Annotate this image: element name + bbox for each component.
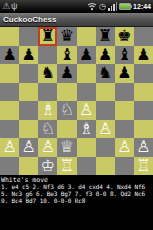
app-title: CuckooChess [3, 15, 56, 24]
black-piece-c8: ♜ [41, 28, 55, 44]
chess-board[interactable]: ♜♛♜♚♟♟♝♟♟♝♟♞♟♞♟♗♘♙♘♗♙♙♙♙♕♙♙♔♖♖ [0, 27, 153, 175]
white-piece-h2: ♙ [136, 139, 150, 155]
square-b1[interactable] [19, 157, 38, 176]
square-a7[interactable]: ♟ [0, 46, 19, 65]
square-e2[interactable] [77, 138, 96, 157]
square-c5[interactable] [38, 83, 57, 102]
square-d2[interactable]: ♕ [57, 138, 76, 157]
square-g3[interactable] [115, 120, 134, 139]
square-g7[interactable]: ♝ [115, 46, 134, 65]
square-b3[interactable] [19, 120, 38, 139]
black-piece-d8: ♛ [60, 28, 74, 44]
white-piece-c4: ♗ [41, 102, 55, 118]
square-a5[interactable] [0, 83, 19, 102]
square-h7[interactable]: ♟ [134, 46, 153, 65]
square-g6[interactable]: ♟ [115, 64, 134, 83]
white-piece-h1: ♖ [136, 158, 150, 174]
move-line: 9. Bc4 Bd7 10. 0-0-0 Rc8 [1, 198, 152, 205]
square-e3[interactable]: ♗ [77, 120, 96, 139]
signal-icon [108, 2, 117, 11]
square-c7[interactable] [38, 46, 57, 65]
black-piece-d6: ♟ [60, 65, 74, 81]
square-e7[interactable]: ♟ [77, 46, 96, 65]
usb-icon: ψ [11, 0, 17, 13]
square-f3[interactable]: ♙ [96, 120, 115, 139]
status-time: 12:44 [133, 3, 151, 10]
square-f5[interactable] [96, 83, 115, 102]
square-c1[interactable]: ♔ [38, 157, 57, 176]
square-f7[interactable]: ♟ [96, 46, 115, 65]
black-piece-g8: ♚ [117, 28, 131, 44]
square-a1[interactable] [0, 157, 19, 176]
white-piece-e3: ♗ [79, 121, 93, 137]
black-piece-f6: ♞ [98, 65, 112, 81]
move-area: White's move 1. e4 c5 2. Nf3 d6 3. d4 cx… [0, 175, 153, 204]
square-g1[interactable] [115, 157, 134, 176]
square-c8[interactable]: ♜ [38, 27, 57, 46]
black-piece-g7: ♝ [117, 47, 131, 63]
square-g8[interactable]: ♚ [115, 27, 134, 46]
white-piece-g2: ♙ [117, 139, 131, 155]
square-g5[interactable] [115, 83, 134, 102]
white-piece-c3: ♘ [41, 121, 55, 137]
square-b7[interactable]: ♟ [19, 46, 38, 65]
square-h8[interactable] [134, 27, 153, 46]
warning-icon: ⚠ [2, 0, 10, 13]
square-d1[interactable]: ♖ [57, 157, 76, 176]
battery-icon [119, 3, 131, 10]
square-f8[interactable]: ♜ [96, 27, 115, 46]
white-piece-d4: ♘ [60, 102, 74, 118]
black-piece-b7: ♟ [22, 47, 36, 63]
square-b5[interactable] [19, 83, 38, 102]
square-b2[interactable]: ♙ [19, 138, 38, 157]
black-piece-g6: ♟ [117, 65, 131, 81]
white-piece-a2: ♙ [2, 139, 16, 155]
move-list: 1. e4 c5 2. Nf3 d6 3. d4 cxd4 4. Nxd4 Nf… [1, 184, 152, 204]
black-piece-d7: ♝ [60, 47, 74, 63]
square-d4[interactable]: ♘ [57, 101, 76, 120]
black-piece-f7: ♟ [98, 47, 112, 63]
status-bar: ⚠ ψ ◷ 12:44 [0, 0, 153, 13]
black-piece-a7: ♟ [2, 47, 16, 63]
square-a6[interactable] [0, 64, 19, 83]
white-piece-d1: ♖ [60, 158, 74, 174]
black-piece-h7: ♟ [136, 47, 150, 63]
square-a4[interactable] [0, 101, 19, 120]
square-e5[interactable] [77, 83, 96, 102]
square-c6[interactable]: ♞ [38, 64, 57, 83]
square-f6[interactable]: ♞ [96, 64, 115, 83]
square-h5[interactable] [134, 83, 153, 102]
white-piece-f3: ♙ [98, 121, 112, 137]
square-c4[interactable]: ♗ [38, 101, 57, 120]
white-piece-c2: ♙ [41, 139, 55, 155]
square-g4[interactable] [115, 101, 134, 120]
square-d3[interactable] [57, 120, 76, 139]
square-d6[interactable]: ♟ [57, 64, 76, 83]
white-piece-d2: ♕ [60, 139, 74, 155]
square-d8[interactable]: ♛ [57, 27, 76, 46]
square-e4[interactable]: ♙ [77, 101, 96, 120]
wifi-icon [87, 2, 97, 11]
white-piece-e4: ♙ [79, 102, 93, 118]
square-c2[interactable]: ♙ [38, 138, 57, 157]
square-f1[interactable] [96, 157, 115, 176]
title-bar: CuckooChess [0, 13, 153, 27]
square-b8[interactable] [19, 27, 38, 46]
square-d7[interactable]: ♝ [57, 46, 76, 65]
square-h4[interactable] [134, 101, 153, 120]
square-a2[interactable]: ♙ [0, 138, 19, 157]
black-piece-e7: ♟ [79, 47, 93, 63]
black-piece-c6: ♞ [41, 65, 55, 81]
square-b6[interactable] [19, 64, 38, 83]
white-piece-c1: ♔ [41, 158, 55, 174]
black-piece-f8: ♜ [98, 28, 112, 44]
alarm-icon: ◷ [99, 2, 106, 11]
square-e8[interactable] [77, 27, 96, 46]
square-e1[interactable] [77, 157, 96, 176]
square-f2[interactable] [96, 138, 115, 157]
square-c3[interactable]: ♘ [38, 120, 57, 139]
square-f4[interactable] [96, 101, 115, 120]
square-a8[interactable] [0, 27, 19, 46]
square-h1[interactable]: ♖ [134, 157, 153, 176]
square-a3[interactable] [0, 120, 19, 139]
square-h2[interactable]: ♙ [134, 138, 153, 157]
square-e6[interactable] [77, 64, 96, 83]
square-d5[interactable] [57, 83, 76, 102]
square-h3[interactable] [134, 120, 153, 139]
white-piece-b2: ♙ [22, 139, 36, 155]
square-h6[interactable] [134, 64, 153, 83]
app-window: ⚠ ψ ◷ 12:44 CuckooChess ♜♛♜♚♟♟♝♟♟♝♟♞♟♞♟♗… [0, 0, 153, 230]
square-g2[interactable]: ♙ [115, 138, 134, 157]
square-b4[interactable] [19, 101, 38, 120]
